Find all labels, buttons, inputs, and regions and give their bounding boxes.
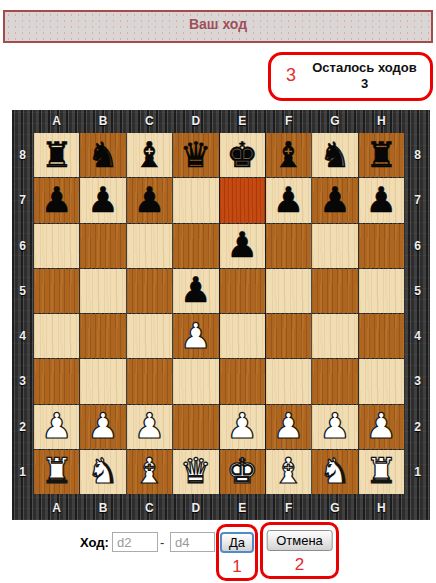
rank-label-right-1: 1: [405, 450, 430, 494]
square-f2[interactable]: ♟: [266, 405, 311, 449]
square-h6[interactable]: [359, 224, 404, 268]
square-h8[interactable]: ♜: [359, 133, 404, 177]
square-a4[interactable]: [34, 314, 79, 358]
board-corner: [405, 110, 430, 132]
square-c4[interactable]: [127, 314, 172, 358]
board-corner: [12, 110, 33, 132]
white-pawn-piece: ♟: [41, 409, 72, 444]
confirm-annotation-box: Да 1: [216, 524, 258, 581]
black-rook-piece: ♜: [366, 138, 397, 173]
file-label-bottom-h: H: [359, 495, 404, 520]
square-e7[interactable]: [220, 178, 265, 222]
board-corner: [405, 495, 430, 520]
square-b2[interactable]: ♟: [80, 405, 125, 449]
square-a3[interactable]: [34, 359, 79, 403]
rank-label-right-5: 5: [405, 269, 430, 313]
status-banner: Ваш ход: [3, 10, 433, 43]
file-label-top-c: C: [127, 110, 172, 132]
rank-label-left-7: 7: [12, 178, 33, 222]
square-h5[interactable]: [359, 269, 404, 313]
white-pawn-piece: ♟: [366, 409, 397, 444]
move-from-input[interactable]: [112, 532, 158, 552]
square-c5[interactable]: [127, 269, 172, 313]
status-text: Ваш ход: [189, 16, 247, 32]
file-label-bottom-c: C: [127, 495, 172, 520]
square-a8[interactable]: ♜: [34, 133, 79, 177]
square-c3[interactable]: [127, 359, 172, 403]
white-pawn-piece: ♟: [319, 409, 350, 444]
white-pawn-piece: ♟: [226, 409, 257, 444]
white-queen-piece: ♛: [180, 454, 211, 489]
square-g5[interactable]: [312, 269, 357, 313]
moves-remaining-label: Осталось ходов: [303, 60, 426, 76]
square-f3[interactable]: [266, 359, 311, 403]
rank-label-left-2: 2: [12, 405, 33, 449]
square-e2[interactable]: ♟: [220, 405, 265, 449]
square-c1[interactable]: ♝: [127, 450, 172, 494]
black-king-piece: ♚: [226, 138, 257, 173]
square-d8[interactable]: ♛: [173, 133, 218, 177]
black-bishop-piece: ♝: [134, 138, 165, 173]
file-label-top-f: F: [266, 110, 311, 132]
rank-label-left-1: 1: [12, 450, 33, 494]
square-h3[interactable]: [359, 359, 404, 403]
square-c6[interactable]: [127, 224, 172, 268]
white-pawn-piece: ♟: [134, 409, 165, 444]
square-b5[interactable]: [80, 269, 125, 313]
square-e6[interactable]: ♟: [220, 224, 265, 268]
black-rook-piece: ♜: [41, 138, 72, 173]
cancel-annotation-box: Отмена 2: [260, 522, 339, 579]
square-d4[interactable]: ♟: [173, 314, 218, 358]
square-d5[interactable]: ♟: [173, 269, 218, 313]
white-rook-piece: ♜: [41, 454, 72, 489]
file-label-bottom-a: A: [34, 495, 79, 520]
square-a1[interactable]: ♜: [34, 450, 79, 494]
square-f4[interactable]: [266, 314, 311, 358]
square-b3[interactable]: [80, 359, 125, 403]
annotation-number-3: 3: [286, 66, 296, 84]
square-h2[interactable]: ♟: [359, 405, 404, 449]
white-pawn-piece: ♟: [180, 319, 211, 354]
square-f1[interactable]: ♝: [266, 450, 311, 494]
square-d7[interactable]: [173, 178, 218, 222]
white-knight-piece: ♞: [87, 454, 118, 489]
white-bishop-piece: ♝: [273, 454, 304, 489]
move-separator: -: [160, 535, 164, 550]
rank-label-right-8: 8: [405, 133, 430, 177]
square-e1[interactable]: ♚: [220, 450, 265, 494]
board-corner: [12, 495, 33, 520]
square-b8[interactable]: ♞: [80, 133, 125, 177]
rank-label-left-4: 4: [12, 314, 33, 358]
square-g6[interactable]: [312, 224, 357, 268]
file-label-bottom-e: E: [220, 495, 265, 520]
white-rook-piece: ♜: [366, 454, 397, 489]
square-a7[interactable]: ♟: [34, 178, 79, 222]
square-b7[interactable]: ♟: [80, 178, 125, 222]
square-a2[interactable]: ♟: [34, 405, 79, 449]
square-d3[interactable]: [173, 359, 218, 403]
square-d6[interactable]: [173, 224, 218, 268]
rank-label-left-3: 3: [12, 359, 33, 403]
rank-label-right-7: 7: [405, 178, 430, 222]
moves-remaining-callout: 3 Осталось ходов 3: [268, 52, 433, 101]
black-pawn-piece: ♟: [87, 183, 118, 218]
file-label-bottom-d: D: [173, 495, 218, 520]
file-label-bottom-g: G: [312, 495, 357, 520]
square-f7[interactable]: ♟: [266, 178, 311, 222]
square-a6[interactable]: [34, 224, 79, 268]
file-label-bottom-b: B: [80, 495, 125, 520]
file-label-top-d: D: [173, 110, 218, 132]
black-pawn-piece: ♟: [273, 183, 304, 218]
black-pawn-piece: ♟: [319, 183, 350, 218]
white-knight-piece: ♞: [319, 454, 350, 489]
black-bishop-piece: ♝: [273, 138, 304, 173]
square-c8[interactable]: ♝: [127, 133, 172, 177]
rank-label-right-3: 3: [405, 359, 430, 403]
file-label-bottom-f: F: [266, 495, 311, 520]
square-d1[interactable]: ♛: [173, 450, 218, 494]
white-pawn-piece: ♟: [87, 409, 118, 444]
move-label: Ход:: [80, 535, 109, 550]
page: Ваш ход 3 Осталось ходов 3 ABCDEFGH8♜♞♝♛…: [0, 0, 436, 583]
square-c7[interactable]: ♟: [127, 178, 172, 222]
square-c2[interactable]: ♟: [127, 405, 172, 449]
file-label-top-g: G: [312, 110, 357, 132]
moves-remaining-text: Осталось ходов 3: [303, 60, 426, 92]
square-g7[interactable]: ♟: [312, 178, 357, 222]
rank-label-left-8: 8: [12, 133, 33, 177]
square-d2[interactable]: [173, 405, 218, 449]
square-h4[interactable]: [359, 314, 404, 358]
square-h1[interactable]: ♜: [359, 450, 404, 494]
black-pawn-piece: ♟: [41, 183, 72, 218]
square-g4[interactable]: [312, 314, 357, 358]
square-b6[interactable]: [80, 224, 125, 268]
rank-label-right-2: 2: [405, 405, 430, 449]
moves-remaining-value: 3: [303, 76, 426, 92]
square-f5[interactable]: [266, 269, 311, 313]
square-f8[interactable]: ♝: [266, 133, 311, 177]
chess-board: ABCDEFGH8♜♞♝♛♚♝♞♜87♟♟♟♟♟♟76♟65♟54♟4332♟♟…: [12, 110, 430, 520]
black-pawn-piece: ♟: [226, 228, 257, 263]
black-pawn-piece: ♟: [180, 273, 211, 308]
square-g8[interactable]: ♞: [312, 133, 357, 177]
square-g3[interactable]: [312, 359, 357, 403]
annotation-number-2: 2: [263, 556, 336, 573]
square-b4[interactable]: [80, 314, 125, 358]
black-knight-piece: ♞: [87, 138, 118, 173]
square-g2[interactable]: ♟: [312, 405, 357, 449]
white-king-piece: ♚: [226, 454, 257, 489]
white-pawn-piece: ♟: [273, 409, 304, 444]
file-label-top-a: A: [34, 110, 79, 132]
square-g1[interactable]: ♞: [312, 450, 357, 494]
square-e5[interactable]: [220, 269, 265, 313]
black-queen-piece: ♛: [180, 138, 211, 173]
rank-label-right-4: 4: [405, 314, 430, 358]
square-e3[interactable]: [220, 359, 265, 403]
white-bishop-piece: ♝: [134, 454, 165, 489]
black-pawn-piece: ♟: [366, 183, 397, 218]
annotation-number-1: 1: [219, 558, 255, 575]
confirm-button[interactable]: Да: [220, 532, 254, 553]
square-a5[interactable]: [34, 269, 79, 313]
square-e8[interactable]: ♚: [220, 133, 265, 177]
square-e4[interactable]: [220, 314, 265, 358]
file-label-top-e: E: [220, 110, 265, 132]
move-to-input[interactable]: [170, 532, 215, 552]
file-label-top-b: B: [80, 110, 125, 132]
rank-label-left-5: 5: [12, 269, 33, 313]
rank-label-right-6: 6: [405, 224, 430, 268]
file-label-top-h: H: [359, 110, 404, 132]
rank-label-left-6: 6: [12, 224, 33, 268]
square-f6[interactable]: [266, 224, 311, 268]
square-b1[interactable]: ♞: [80, 450, 125, 494]
cancel-button[interactable]: Отмена: [266, 530, 333, 551]
black-knight-piece: ♞: [319, 138, 350, 173]
square-h7[interactable]: ♟: [359, 178, 404, 222]
black-pawn-piece: ♟: [134, 183, 165, 218]
